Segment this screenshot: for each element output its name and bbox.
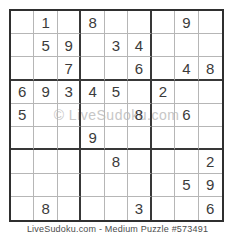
cell-r2c8[interactable]	[175, 34, 198, 57]
cell-r9c1[interactable]	[11, 197, 34, 220]
sudoku-puzzle-image: © LiveSudoku.com 18959347648693452586982…	[0, 0, 235, 241]
cell-r5c2[interactable]	[34, 104, 57, 127]
cell-r5c6[interactable]: 8	[128, 104, 151, 127]
cell-r2c4[interactable]	[81, 34, 104, 57]
cell-r6c5[interactable]	[105, 127, 128, 150]
cell-r4c4[interactable]: 4	[81, 81, 104, 104]
cell-r1c4[interactable]: 8	[81, 11, 104, 34]
sudoku-board: © LiveSudoku.com 18959347648693452586982…	[9, 9, 224, 222]
cell-r3c5[interactable]	[105, 57, 128, 80]
cell-r8c6[interactable]	[128, 174, 151, 197]
cell-r9c6[interactable]: 3	[128, 197, 151, 220]
cell-r3c1[interactable]	[11, 57, 34, 80]
cell-r3c4[interactable]	[81, 57, 104, 80]
cell-r6c4[interactable]: 9	[81, 127, 104, 150]
cell-r4c5[interactable]: 5	[105, 81, 128, 104]
cell-r5c7[interactable]	[152, 104, 175, 127]
cell-r3c2[interactable]	[34, 57, 57, 80]
cell-r1c8[interactable]: 9	[175, 11, 198, 34]
cell-r2c6[interactable]: 4	[128, 34, 151, 57]
cell-r6c8[interactable]	[175, 127, 198, 150]
cell-r9c3[interactable]	[58, 197, 81, 220]
cell-r2c9[interactable]	[199, 34, 222, 57]
cell-r7c9[interactable]: 2	[199, 150, 222, 173]
cell-r2c2[interactable]: 5	[34, 34, 57, 57]
cell-r8c5[interactable]	[105, 174, 128, 197]
cell-r2c1[interactable]	[11, 34, 34, 57]
cell-r6c7[interactable]	[152, 127, 175, 150]
caption: LiveSudoku.com - Medium Puzzle #573491	[0, 224, 235, 234]
cell-r5c1[interactable]: 5	[11, 104, 34, 127]
cell-r2c5[interactable]: 3	[105, 34, 128, 57]
cell-r1c9[interactable]	[199, 11, 222, 34]
cell-r3c6[interactable]: 6	[128, 57, 151, 80]
cell-r4c6[interactable]	[128, 81, 151, 104]
cell-r8c4[interactable]	[81, 174, 104, 197]
cell-r3c7[interactable]	[152, 57, 175, 80]
cell-r7c4[interactable]	[81, 150, 104, 173]
cell-r9c9[interactable]: 6	[199, 197, 222, 220]
cell-r5c5[interactable]	[105, 104, 128, 127]
cell-r6c1[interactable]	[11, 127, 34, 150]
cell-r7c8[interactable]	[175, 150, 198, 173]
cell-r7c5[interactable]: 8	[105, 150, 128, 173]
cell-r1c1[interactable]	[11, 11, 34, 34]
cell-r1c5[interactable]	[105, 11, 128, 34]
cell-r7c1[interactable]	[11, 150, 34, 173]
cell-r3c8[interactable]: 4	[175, 57, 198, 80]
cell-r1c6[interactable]	[128, 11, 151, 34]
cell-r6c3[interactable]	[58, 127, 81, 150]
cell-r7c6[interactable]	[128, 150, 151, 173]
cell-r8c1[interactable]	[11, 174, 34, 197]
cell-r4c2[interactable]: 9	[34, 81, 57, 104]
cell-r9c4[interactable]	[81, 197, 104, 220]
cell-r6c9[interactable]	[199, 127, 222, 150]
cell-r4c7[interactable]: 2	[152, 81, 175, 104]
cell-r4c9[interactable]	[199, 81, 222, 104]
cell-r1c3[interactable]	[58, 11, 81, 34]
cell-r5c3[interactable]	[58, 104, 81, 127]
cell-r2c3[interactable]: 9	[58, 34, 81, 57]
cell-r9c5[interactable]	[105, 197, 128, 220]
cell-r4c8[interactable]	[175, 81, 198, 104]
cell-r8c7[interactable]	[152, 174, 175, 197]
cell-r9c8[interactable]	[175, 197, 198, 220]
cell-r9c7[interactable]	[152, 197, 175, 220]
cell-r8c3[interactable]	[58, 174, 81, 197]
cell-r4c3[interactable]: 3	[58, 81, 81, 104]
cell-r1c2[interactable]: 1	[34, 11, 57, 34]
cell-r7c3[interactable]	[58, 150, 81, 173]
cell-r8c2[interactable]	[34, 174, 57, 197]
cell-r5c4[interactable]	[81, 104, 104, 127]
cell-r8c8[interactable]: 5	[175, 174, 198, 197]
cell-r9c2[interactable]: 8	[34, 197, 57, 220]
cell-r4c1[interactable]: 6	[11, 81, 34, 104]
cell-r7c7[interactable]	[152, 150, 175, 173]
cell-r6c6[interactable]	[128, 127, 151, 150]
cell-r1c7[interactable]	[152, 11, 175, 34]
cell-r5c9[interactable]	[199, 104, 222, 127]
cell-r3c9[interactable]: 8	[199, 57, 222, 80]
cell-r3c3[interactable]: 7	[58, 57, 81, 80]
cell-r2c7[interactable]	[152, 34, 175, 57]
cell-r7c2[interactable]	[34, 150, 57, 173]
cell-r5c8[interactable]: 6	[175, 104, 198, 127]
cell-r6c2[interactable]	[34, 127, 57, 150]
cell-r8c9[interactable]: 9	[199, 174, 222, 197]
